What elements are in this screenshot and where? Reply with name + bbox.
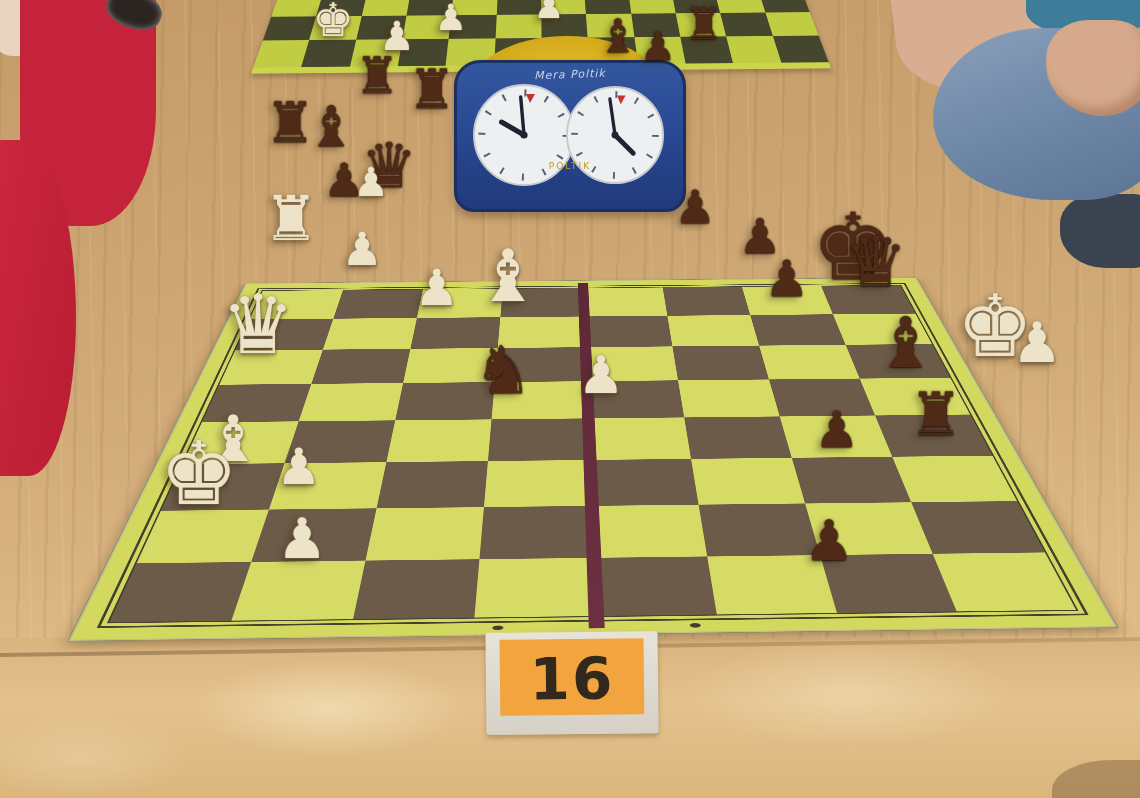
white-king-g1[interactable]: ♚	[155, 430, 243, 518]
white-pawn-c3[interactable]: ♟	[412, 263, 462, 313]
left-clock-dial	[472, 83, 576, 187]
bg-white-pawn[interactable]: ♟	[433, 0, 469, 36]
square-b2[interactable]	[323, 318, 417, 350]
black-bishop-d8[interactable]: ♝	[871, 308, 941, 378]
table-number: 16	[500, 644, 645, 714]
white-pawn-e5[interactable]: ♟	[575, 349, 627, 401]
background-board-square	[720, 13, 772, 37]
square-h1[interactable]	[109, 562, 251, 623]
white-bishop-c4[interactable]: ♝	[472, 240, 544, 312]
square-h8[interactable]	[932, 552, 1076, 611]
background-board-square	[758, 0, 810, 13]
table-number-card: 16	[485, 631, 658, 735]
black-pawn-g7[interactable]: ♟	[801, 513, 857, 569]
square-a6[interactable]	[662, 287, 750, 316]
white-pawn-f2[interactable]: ♟	[274, 442, 324, 492]
square-g4[interactable]	[480, 506, 594, 559]
square-c6[interactable]	[672, 346, 769, 381]
square-d6[interactable]	[678, 379, 780, 417]
square-d2[interactable]	[299, 383, 404, 422]
square-e4[interactable]	[488, 418, 589, 460]
square-h3[interactable]	[353, 559, 479, 619]
square-e6[interactable]	[684, 416, 792, 458]
black-pawn-c7[interactable]: ♟	[762, 254, 812, 304]
square-c7[interactable]	[759, 345, 860, 379]
black-pawn-f7[interactable]: ♟	[812, 405, 862, 455]
captured-black-bishop[interactable]: ♝	[303, 99, 359, 155]
captured-black-rook[interactable]: ♜	[405, 63, 459, 117]
black-knight-e4[interactable]: ♞	[470, 338, 536, 404]
bg-black-bishop[interactable]: ♝	[595, 13, 641, 59]
bg-white-pawn[interactable]: ♟	[532, 0, 566, 23]
square-f8[interactable]	[892, 455, 1017, 502]
right-player-jeans	[1060, 194, 1140, 268]
background-board-square	[765, 12, 818, 36]
square-b6[interactable]	[667, 315, 759, 347]
square-c2[interactable]	[311, 349, 410, 384]
square-g3[interactable]	[366, 507, 484, 560]
square-g5[interactable]	[591, 505, 706, 558]
bg-black-pawn[interactable]: ♟	[638, 26, 678, 66]
square-f6[interactable]	[691, 458, 805, 505]
table-number-orange-panel: 16	[500, 638, 645, 716]
background-board-square	[773, 36, 829, 63]
bg-white-king[interactable]: ♚	[310, 0, 356, 43]
square-g8[interactable]	[911, 501, 1045, 553]
tournament-photo: Mera Poltik POLTIK	[0, 0, 1140, 798]
background-board-square	[263, 16, 317, 40]
black-pawn-b6[interactable]: ♟	[672, 184, 718, 230]
square-f3[interactable]	[377, 461, 488, 508]
square-b5[interactable]	[584, 316, 672, 348]
clock-body: Mera Poltik POLTIK	[454, 60, 686, 212]
offboard-white-pawn[interactable]: ♟	[1009, 315, 1065, 371]
square-e3[interactable]	[387, 419, 492, 462]
square-a2[interactable]	[333, 289, 423, 318]
square-a5[interactable]	[583, 287, 667, 316]
square-h4[interactable]	[475, 558, 596, 618]
white-rook-b1[interactable]: ♜	[260, 188, 322, 250]
square-b7[interactable]	[750, 314, 846, 345]
square-h5[interactable]	[593, 556, 716, 616]
square-e5[interactable]	[588, 417, 691, 459]
board-hinge	[689, 623, 701, 628]
captured-black-pawn[interactable]: ♟	[321, 157, 367, 203]
clock-model-label: POLTIK	[549, 161, 591, 171]
white-pawn-b2[interactable]: ♟	[339, 226, 385, 272]
bg-black-rook[interactable]: ♜	[682, 2, 726, 46]
background-board-square	[253, 40, 309, 67]
square-f4[interactable]	[484, 460, 591, 507]
white-queen-d1[interactable]: ♛	[217, 284, 299, 366]
captured-black-rook[interactable]: ♜	[352, 51, 402, 101]
black-queen-c8[interactable]: ♛	[841, 227, 911, 297]
board-hinge	[492, 626, 503, 631]
square-f7[interactable]	[792, 457, 912, 504]
square-f5[interactable]	[590, 459, 699, 506]
white-pawn-g2[interactable]: ♟	[274, 511, 330, 567]
black-rook-e8[interactable]: ♜	[906, 384, 966, 444]
